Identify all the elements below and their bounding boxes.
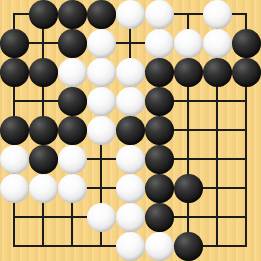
- black-stone: [29, 116, 58, 145]
- board-point-r3-c4[interactable]: [116, 87, 145, 116]
- board-point-r5-c3[interactable]: [87, 145, 116, 174]
- board-point-r0-c6[interactable]: [174, 0, 203, 29]
- black-stone: [116, 116, 145, 145]
- white-stone: [116, 232, 145, 261]
- white-stone: [116, 145, 145, 174]
- board-point-r1-c2[interactable]: [58, 29, 87, 58]
- black-stone: [174, 174, 203, 203]
- board-point-r6-c8[interactable]: [232, 174, 261, 203]
- board-point-r1-c0[interactable]: [0, 29, 29, 58]
- board-point-r2-c4[interactable]: [116, 58, 145, 87]
- board-point-r6-c4[interactable]: [116, 174, 145, 203]
- board-point-r3-c2[interactable]: [58, 87, 87, 116]
- black-stone: [232, 29, 261, 58]
- board-point-r0-c0[interactable]: [0, 0, 29, 29]
- white-stone: [87, 203, 116, 232]
- board-point-r8-c2[interactable]: [58, 232, 87, 261]
- white-stone: [145, 29, 174, 58]
- board-point-r4-c2[interactable]: [58, 116, 87, 145]
- white-stone: [58, 145, 87, 174]
- board-point-r6-c3[interactable]: [87, 174, 116, 203]
- board-point-r3-c8[interactable]: [232, 87, 261, 116]
- board-point-r0-c8[interactable]: [232, 0, 261, 29]
- board-point-r6-c7[interactable]: [203, 174, 232, 203]
- board-point-r4-c6[interactable]: [174, 116, 203, 145]
- black-stone: [0, 116, 29, 145]
- white-stone: [145, 0, 174, 29]
- board-point-r1-c3[interactable]: [87, 29, 116, 58]
- board-point-r4-c8[interactable]: [232, 116, 261, 145]
- board-point-r2-c0[interactable]: [0, 58, 29, 87]
- white-stone: [116, 87, 145, 116]
- board-point-r7-c1[interactable]: [29, 203, 58, 232]
- board-point-r6-c5[interactable]: [145, 174, 174, 203]
- board-point-r3-c1[interactable]: [29, 87, 58, 116]
- black-stone: [58, 87, 87, 116]
- white-stone: [116, 58, 145, 87]
- board-point-r0-c2[interactable]: [58, 0, 87, 29]
- black-stone: [29, 58, 58, 87]
- board-point-r8-c4[interactable]: [116, 232, 145, 261]
- black-stone: [0, 29, 29, 58]
- board-point-r0-c3[interactable]: [87, 0, 116, 29]
- board-point-r0-c4[interactable]: [116, 0, 145, 29]
- board-point-r2-c7[interactable]: [203, 58, 232, 87]
- board-point-r0-c5[interactable]: [145, 0, 174, 29]
- black-stone: [174, 232, 203, 261]
- black-stone: [203, 58, 232, 87]
- black-stone: [174, 58, 203, 87]
- white-stone: [116, 174, 145, 203]
- board-point-r1-c7[interactable]: [203, 29, 232, 58]
- white-stone: [58, 174, 87, 203]
- board-point-r8-c1[interactable]: [29, 232, 58, 261]
- board-point-r3-c7[interactable]: [203, 87, 232, 116]
- board-point-r5-c7[interactable]: [203, 145, 232, 174]
- board-point-r3-c5[interactable]: [145, 87, 174, 116]
- board-point-r5-c6[interactable]: [174, 145, 203, 174]
- board-point-r8-c0[interactable]: [0, 232, 29, 261]
- board-point-r8-c3[interactable]: [87, 232, 116, 261]
- black-stone: [145, 145, 174, 174]
- board-point-r7-c7[interactable]: [203, 203, 232, 232]
- black-stone: [145, 203, 174, 232]
- black-stone: [232, 58, 261, 87]
- black-stone: [58, 29, 87, 58]
- board-point-r4-c7[interactable]: [203, 116, 232, 145]
- white-stone: [145, 232, 174, 261]
- board-point-r6-c0[interactable]: [0, 174, 29, 203]
- board-point-r7-c6[interactable]: [174, 203, 203, 232]
- white-stone: [87, 58, 116, 87]
- board-point-r4-c0[interactable]: [0, 116, 29, 145]
- board-point-r1-c6[interactable]: [174, 29, 203, 58]
- board-point-r5-c0[interactable]: [0, 145, 29, 174]
- board-point-r2-c6[interactable]: [174, 58, 203, 87]
- board-point-r2-c2[interactable]: [58, 58, 87, 87]
- board-point-r1-c8[interactable]: [232, 29, 261, 58]
- board-point-r5-c5[interactable]: [145, 145, 174, 174]
- board-point-r7-c3[interactable]: [87, 203, 116, 232]
- black-stone: [87, 0, 116, 29]
- white-stone: [0, 174, 29, 203]
- board-point-r7-c0[interactable]: [0, 203, 29, 232]
- white-stone: [87, 116, 116, 145]
- board-point-r8-c7[interactable]: [203, 232, 232, 261]
- black-stone: [145, 58, 174, 87]
- board-point-r7-c2[interactable]: [58, 203, 87, 232]
- board-point-r7-c4[interactable]: [116, 203, 145, 232]
- board-point-r8-c8[interactable]: [232, 232, 261, 261]
- black-stone: [58, 116, 87, 145]
- board-point-r7-c5[interactable]: [145, 203, 174, 232]
- board-point-r3-c3[interactable]: [87, 87, 116, 116]
- board-point-r4-c1[interactable]: [29, 116, 58, 145]
- board-point-r7-c8[interactable]: [232, 203, 261, 232]
- board-point-r3-c6[interactable]: [174, 87, 203, 116]
- black-stone: [145, 174, 174, 203]
- board-point-r6-c1[interactable]: [29, 174, 58, 203]
- board-cells: [0, 0, 261, 261]
- board-point-r3-c0[interactable]: [0, 87, 29, 116]
- black-stone: [29, 145, 58, 174]
- white-stone: [174, 29, 203, 58]
- board-point-r2-c3[interactable]: [87, 58, 116, 87]
- board-point-r0-c7[interactable]: [203, 0, 232, 29]
- board-point-r6-c2[interactable]: [58, 174, 87, 203]
- black-stone: [58, 0, 87, 29]
- board-point-r8-c5[interactable]: [145, 232, 174, 261]
- black-stone: [29, 0, 58, 29]
- board-point-r1-c1[interactable]: [29, 29, 58, 58]
- board-point-r2-c1[interactable]: [29, 58, 58, 87]
- white-stone: [116, 0, 145, 29]
- board-point-r4-c5[interactable]: [145, 116, 174, 145]
- white-stone: [29, 174, 58, 203]
- white-stone: [87, 87, 116, 116]
- white-stone: [87, 29, 116, 58]
- board-point-r0-c1[interactable]: [29, 0, 58, 29]
- board-point-r8-c6[interactable]: [174, 232, 203, 261]
- board-point-r6-c6[interactable]: [174, 174, 203, 203]
- board-point-r4-c3[interactable]: [87, 116, 116, 145]
- white-stone: [203, 29, 232, 58]
- board-point-r5-c1[interactable]: [29, 145, 58, 174]
- board-point-r1-c4[interactable]: [116, 29, 145, 58]
- board-point-r2-c8[interactable]: [232, 58, 261, 87]
- board-point-r4-c4[interactable]: [116, 116, 145, 145]
- black-stone: [0, 58, 29, 87]
- white-stone: [0, 145, 29, 174]
- board-point-r5-c8[interactable]: [232, 145, 261, 174]
- black-stone: [145, 116, 174, 145]
- white-stone: [203, 0, 232, 29]
- go-board: [0, 0, 261, 261]
- board-point-r5-c4[interactable]: [116, 145, 145, 174]
- board-point-r5-c2[interactable]: [58, 145, 87, 174]
- black-stone: [145, 87, 174, 116]
- white-stone: [116, 203, 145, 232]
- board-point-r1-c5[interactable]: [145, 29, 174, 58]
- board-point-r2-c5[interactable]: [145, 58, 174, 87]
- white-stone: [58, 58, 87, 87]
